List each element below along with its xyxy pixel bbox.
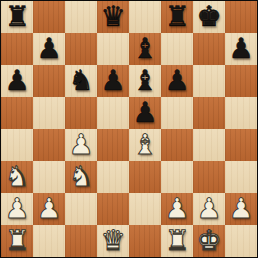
square-h1[interactable]	[225, 225, 257, 257]
square-f6[interactable]: ♟	[161, 65, 193, 97]
square-a8[interactable]: ♜	[1, 1, 33, 33]
square-g8[interactable]: ♚	[193, 1, 225, 33]
square-d5[interactable]	[97, 97, 129, 129]
square-e8[interactable]	[129, 1, 161, 33]
black-pawn-icon: ♟	[97, 65, 129, 97]
square-b7[interactable]: ♟	[33, 33, 65, 65]
square-d8[interactable]: ♛	[97, 1, 129, 33]
white-pawn-icon: ♟	[161, 193, 193, 225]
square-c4[interactable]: ♟	[65, 129, 97, 161]
square-f4[interactable]	[161, 129, 193, 161]
white-knight-icon: ♞	[1, 161, 33, 193]
square-a6[interactable]: ♟	[1, 65, 33, 97]
square-c2[interactable]	[65, 193, 97, 225]
white-rook-icon: ♜	[161, 225, 193, 257]
square-c8[interactable]	[65, 1, 97, 33]
square-h5[interactable]	[225, 97, 257, 129]
square-c5[interactable]	[65, 97, 97, 129]
square-f2[interactable]: ♟	[161, 193, 193, 225]
square-d4[interactable]	[97, 129, 129, 161]
black-pawn-icon: ♟	[1, 65, 33, 97]
square-h2[interactable]: ♟	[225, 193, 257, 225]
square-f3[interactable]	[161, 161, 193, 193]
white-queen-icon: ♛	[97, 225, 129, 257]
square-a1[interactable]: ♜	[1, 225, 33, 257]
square-h8[interactable]	[225, 1, 257, 33]
black-bishop-icon: ♝	[129, 65, 161, 97]
square-b1[interactable]	[33, 225, 65, 257]
black-pawn-icon: ♟	[225, 33, 257, 65]
black-pawn-icon: ♟	[161, 65, 193, 97]
square-f8[interactable]: ♜	[161, 1, 193, 33]
white-knight-icon: ♞	[65, 161, 97, 193]
square-b3[interactable]	[33, 161, 65, 193]
black-bishop-icon: ♝	[129, 33, 161, 65]
square-c1[interactable]	[65, 225, 97, 257]
square-d2[interactable]	[97, 193, 129, 225]
square-a5[interactable]	[1, 97, 33, 129]
square-e3[interactable]	[129, 161, 161, 193]
square-b8[interactable]	[33, 1, 65, 33]
square-b6[interactable]	[33, 65, 65, 97]
square-a4[interactable]	[1, 129, 33, 161]
square-a2[interactable]: ♟	[1, 193, 33, 225]
white-pawn-icon: ♟	[65, 129, 97, 161]
square-c7[interactable]	[65, 33, 97, 65]
square-e2[interactable]	[129, 193, 161, 225]
square-d6[interactable]: ♟	[97, 65, 129, 97]
square-f1[interactable]: ♜	[161, 225, 193, 257]
square-d1[interactable]: ♛	[97, 225, 129, 257]
square-g3[interactable]	[193, 161, 225, 193]
square-b5[interactable]	[33, 97, 65, 129]
white-pawn-icon: ♟	[1, 193, 33, 225]
square-g6[interactable]	[193, 65, 225, 97]
square-e7[interactable]: ♝	[129, 33, 161, 65]
black-knight-icon: ♞	[65, 65, 97, 97]
square-h4[interactable]	[225, 129, 257, 161]
square-a3[interactable]: ♞	[1, 161, 33, 193]
black-queen-icon: ♛	[97, 1, 129, 33]
white-pawn-icon: ♟	[193, 193, 225, 225]
square-c6[interactable]: ♞	[65, 65, 97, 97]
black-king-icon: ♚	[193, 1, 225, 33]
square-e5[interactable]: ♟	[129, 97, 161, 129]
square-h7[interactable]: ♟	[225, 33, 257, 65]
black-rook-icon: ♜	[161, 1, 193, 33]
square-f5[interactable]	[161, 97, 193, 129]
white-pawn-icon: ♟	[33, 193, 65, 225]
square-e1[interactable]	[129, 225, 161, 257]
white-rook-icon: ♜	[1, 225, 33, 257]
white-bishop-icon: ♝	[129, 129, 161, 161]
square-b2[interactable]: ♟	[33, 193, 65, 225]
square-g2[interactable]: ♟	[193, 193, 225, 225]
black-rook-icon: ♜	[1, 1, 33, 33]
square-h6[interactable]	[225, 65, 257, 97]
square-h3[interactable]	[225, 161, 257, 193]
square-d3[interactable]	[97, 161, 129, 193]
square-g1[interactable]: ♚	[193, 225, 225, 257]
square-g4[interactable]	[193, 129, 225, 161]
black-pawn-icon: ♟	[33, 33, 65, 65]
square-f7[interactable]	[161, 33, 193, 65]
white-pawn-icon: ♟	[225, 193, 257, 225]
square-c3[interactable]: ♞	[65, 161, 97, 193]
white-king-icon: ♚	[193, 225, 225, 257]
square-b4[interactable]	[33, 129, 65, 161]
square-e4[interactable]: ♝	[129, 129, 161, 161]
chess-board: ♜♛♜♚♟♝♟♟♞♟♝♟♟♟♝♞♞♟♟♟♟♟♜♛♜♚	[0, 0, 258, 258]
square-d7[interactable]	[97, 33, 129, 65]
board-grid: ♜♛♜♚♟♝♟♟♞♟♝♟♟♟♝♞♞♟♟♟♟♟♜♛♜♚	[1, 1, 257, 257]
square-g5[interactable]	[193, 97, 225, 129]
square-a7[interactable]	[1, 33, 33, 65]
black-pawn-icon: ♟	[129, 97, 161, 129]
square-e6[interactable]: ♝	[129, 65, 161, 97]
square-g7[interactable]	[193, 33, 225, 65]
